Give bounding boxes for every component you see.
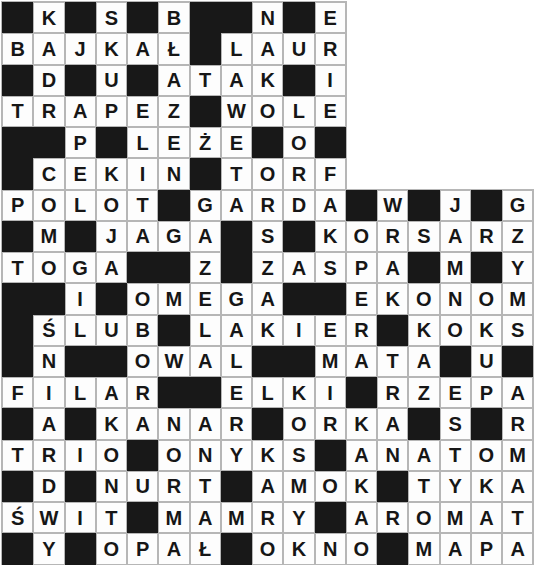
cell-r10c17-letter[interactable]: M xyxy=(502,283,533,314)
cell-r8c2-letter[interactable]: M xyxy=(33,221,64,252)
cell-r10c7-letter[interactable]: E xyxy=(190,283,221,314)
cell-r1c12-void xyxy=(346,2,377,33)
cell-r6c11-letter[interactable]: F xyxy=(315,158,346,189)
cell-r15c15-letter[interactable]: T xyxy=(440,440,471,471)
cell-r6c10-letter[interactable]: R xyxy=(283,158,314,189)
cell-r9c10-letter[interactable]: A xyxy=(283,252,314,283)
cell-r4c3-letter[interactable]: A xyxy=(65,96,96,127)
cell-r12c2-letter[interactable]: N xyxy=(33,346,64,377)
cell-r16c11-letter[interactable]: O xyxy=(315,471,346,502)
cell-r16c17-letter[interactable]: A xyxy=(502,471,533,502)
cell-r14c12-letter[interactable]: K xyxy=(346,408,377,439)
cell-r8c7-letter[interactable]: A xyxy=(190,221,221,252)
cell-r4c6-letter[interactable]: Z xyxy=(158,96,189,127)
cell-r14c11-letter[interactable]: R xyxy=(315,408,346,439)
cell-r11c1-black xyxy=(2,315,33,346)
cell-r14c9-black xyxy=(252,408,283,439)
cell-r4c13-void xyxy=(377,96,408,127)
cell-r10c11-black xyxy=(315,283,346,314)
cell-r15c14-letter[interactable]: A xyxy=(408,440,439,471)
cell-r7c5-letter[interactable]: T xyxy=(127,190,158,221)
cell-r12c13-letter[interactable]: T xyxy=(377,346,408,377)
cell-r16c4-letter[interactable]: N xyxy=(96,471,127,502)
cell-r10c12-letter[interactable]: E xyxy=(346,283,377,314)
cell-r1c10-black xyxy=(283,2,314,33)
cell-r1c16-void xyxy=(471,2,502,33)
cell-r5c2-black xyxy=(33,127,64,158)
cell-r6c7-black xyxy=(190,158,221,189)
cell-r4c15-void xyxy=(440,96,471,127)
cell-r18c14-letter[interactable]: M xyxy=(408,533,439,564)
cell-r11c16-letter[interactable]: K xyxy=(471,315,502,346)
cell-r8c11-letter[interactable]: K xyxy=(315,221,346,252)
cell-r9c2-letter[interactable]: O xyxy=(33,252,64,283)
cell-r2c11-letter[interactable]: R xyxy=(315,33,346,64)
cell-r17c12-letter[interactable]: A xyxy=(346,502,377,533)
cell-r8c9-letter[interactable]: S xyxy=(252,221,283,252)
cell-r17c7-letter[interactable]: A xyxy=(190,502,221,533)
cell-r10c9-letter[interactable]: A xyxy=(252,283,283,314)
cell-r14c10-letter[interactable]: O xyxy=(283,408,314,439)
cell-r11c13-black xyxy=(377,315,408,346)
cell-r14c16-black xyxy=(471,408,502,439)
cell-r11c10-letter[interactable]: I xyxy=(283,315,314,346)
cell-r6c6-letter[interactable]: N xyxy=(158,158,189,189)
cell-r1c9-letter[interactable]: N xyxy=(252,2,283,33)
cell-r16c8-black xyxy=(221,471,252,502)
cell-r8c14-letter[interactable]: S xyxy=(408,221,439,252)
cell-r17c16-letter[interactable]: A xyxy=(471,502,502,533)
cell-r13c5-letter[interactable]: R xyxy=(127,377,158,408)
cell-r11c15-letter[interactable]: O xyxy=(440,315,471,346)
cell-r5c10-letter[interactable]: O xyxy=(283,127,314,158)
cell-r4c12-void xyxy=(346,96,377,127)
cell-r17c3-letter[interactable]: I xyxy=(65,502,96,533)
cell-r18c5-letter[interactable]: P xyxy=(127,533,158,564)
cell-r14c1-black xyxy=(2,408,33,439)
cell-r14c14-black xyxy=(408,408,439,439)
cell-r5c3-letter[interactable]: P xyxy=(65,127,96,158)
crossword-grid: KSBNEBAJKAŁLAURDUATAKITRAPEZWOLEPLEŻEOCE… xyxy=(2,2,533,565)
cell-r10c2-black xyxy=(33,283,64,314)
cell-r8c17-letter[interactable]: Z xyxy=(502,221,533,252)
cell-r12c7-letter[interactable]: A xyxy=(190,346,221,377)
cell-r14c13-letter[interactable]: A xyxy=(377,408,408,439)
cell-r3c6-letter[interactable]: A xyxy=(158,65,189,96)
cell-r18c12-letter[interactable]: O xyxy=(346,533,377,564)
cell-r1c6-letter[interactable]: B xyxy=(158,2,189,33)
cell-r2c15-void xyxy=(440,33,471,64)
cell-r11c3-letter[interactable]: L xyxy=(65,315,96,346)
cell-r2c4-letter[interactable]: K xyxy=(96,33,127,64)
cell-r7c14-black xyxy=(408,190,439,221)
cell-r17c15-letter[interactable]: M xyxy=(440,502,471,533)
cell-r14c3-black xyxy=(65,408,96,439)
cell-r7c13-letter[interactable]: W xyxy=(377,190,408,221)
cell-r4c8-letter[interactable]: W xyxy=(221,96,252,127)
cell-r18c6-letter[interactable]: A xyxy=(158,533,189,564)
cell-r12c5-letter[interactable]: O xyxy=(127,346,158,377)
cell-r16c16-letter[interactable]: K xyxy=(471,471,502,502)
cell-r3c14-void xyxy=(408,65,439,96)
cell-r5c17-void xyxy=(502,127,533,158)
cell-r17c8-letter[interactable]: M xyxy=(221,502,252,533)
crossword-cells: KSBNEBAJKAŁLAURDUATAKITRAPEZWOLEPLEŻEOCE… xyxy=(2,2,533,565)
cell-r5c4-black xyxy=(96,127,127,158)
cell-r1c7-black xyxy=(190,2,221,33)
cell-r11c2-letter[interactable]: Ś xyxy=(33,315,64,346)
cell-r2c8-letter[interactable]: L xyxy=(221,33,252,64)
cell-r14c4-letter[interactable]: K xyxy=(96,408,127,439)
cell-r1c13-void xyxy=(377,2,408,33)
cell-r12c16-letter[interactable]: U xyxy=(471,346,502,377)
cell-r3c7-letter[interactable]: T xyxy=(190,65,221,96)
cell-r3c3-black xyxy=(65,65,96,96)
cell-r10c6-letter[interactable]: M xyxy=(158,283,189,314)
cell-r16c9-letter[interactable]: A xyxy=(252,471,283,502)
cell-r15c6-letter[interactable]: O xyxy=(158,440,189,471)
cell-r10c13-letter[interactable]: K xyxy=(377,283,408,314)
cell-r1c3-black xyxy=(65,2,96,33)
cell-r18c17-letter[interactable]: A xyxy=(502,533,533,564)
cell-r17c14-letter[interactable]: O xyxy=(408,502,439,533)
cell-r3c12-void xyxy=(346,65,377,96)
cell-r11c11-letter[interactable]: E xyxy=(315,315,346,346)
cell-r3c9-letter[interactable]: K xyxy=(252,65,283,96)
cell-r13c11-letter[interactable]: I xyxy=(315,377,346,408)
cell-r18c13-black xyxy=(377,533,408,564)
cell-r2c14-void xyxy=(408,33,439,64)
cell-r3c5-black xyxy=(127,65,158,96)
cell-r15c1-letter[interactable]: T xyxy=(2,440,33,471)
cell-r1c17-void xyxy=(502,2,533,33)
cell-r11c7-letter[interactable]: L xyxy=(190,315,221,346)
cell-r17c4-letter[interactable]: T xyxy=(96,502,127,533)
cell-r17c2-letter[interactable]: W xyxy=(33,502,64,533)
cell-r6c12-void xyxy=(346,158,377,189)
cell-r13c2-letter[interactable]: I xyxy=(33,377,64,408)
cell-r16c10-letter[interactable]: M xyxy=(283,471,314,502)
cell-r7c4-letter[interactable]: O xyxy=(96,190,127,221)
cell-r7c17-letter[interactable]: G xyxy=(502,190,533,221)
cell-r9c3-letter[interactable]: G xyxy=(65,252,96,283)
cell-r2c9-letter[interactable]: A xyxy=(252,33,283,64)
cell-r16c1-black xyxy=(2,471,33,502)
cell-r5c13-void xyxy=(377,127,408,158)
cell-r10c14-letter[interactable]: O xyxy=(408,283,439,314)
cell-r5c8-letter[interactable]: E xyxy=(221,127,252,158)
cell-r16c12-letter[interactable]: K xyxy=(346,471,377,502)
cell-r16c5-letter[interactable]: U xyxy=(127,471,158,502)
cell-r3c2-letter[interactable]: D xyxy=(33,65,64,96)
cell-r5c15-void xyxy=(440,127,471,158)
cell-r3c11-letter[interactable]: I xyxy=(315,65,346,96)
cell-r12c15-black xyxy=(440,346,471,377)
cell-r13c1-letter[interactable]: F xyxy=(2,377,33,408)
cell-r12c12-letter[interactable]: A xyxy=(346,346,377,377)
cell-r2c1-letter[interactable]: B xyxy=(2,33,33,64)
cell-r9c16-black xyxy=(471,252,502,283)
cell-r8c3-black xyxy=(65,221,96,252)
cell-r13c12-black xyxy=(346,377,377,408)
cell-r14c6-letter[interactable]: N xyxy=(158,408,189,439)
cell-r8c10-black xyxy=(283,221,314,252)
cell-r13c6-black xyxy=(158,377,189,408)
cell-r15c12-letter[interactable]: A xyxy=(346,440,377,471)
cell-r16c3-black xyxy=(65,471,96,502)
cell-r8c1-black xyxy=(2,221,33,252)
cell-r7c8-letter[interactable]: A xyxy=(221,190,252,221)
cell-r13c10-letter[interactable]: K xyxy=(283,377,314,408)
cell-r3c16-void xyxy=(471,65,502,96)
cell-r15c5-black xyxy=(127,440,158,471)
cell-r11c8-letter[interactable]: A xyxy=(221,315,252,346)
cell-r11c17-letter[interactable]: S xyxy=(502,315,533,346)
cell-r13c15-letter[interactable]: E xyxy=(440,377,471,408)
cell-r3c1-black xyxy=(2,65,33,96)
cell-r16c2-letter[interactable]: D xyxy=(33,471,64,502)
cell-r18c2-letter[interactable]: Y xyxy=(33,533,64,564)
cell-r7c7-letter[interactable]: G xyxy=(190,190,221,221)
cell-r11c14-letter[interactable]: K xyxy=(408,315,439,346)
cell-r6c1-black xyxy=(2,158,33,189)
cell-r10c3-letter[interactable]: I xyxy=(65,283,96,314)
cell-r10c10-black xyxy=(283,283,314,314)
cell-r15c9-letter[interactable]: K xyxy=(252,440,283,471)
cell-r17c9-letter[interactable]: R xyxy=(252,502,283,533)
cell-r4c9-letter[interactable]: O xyxy=(252,96,283,127)
cell-r6c2-letter[interactable]: C xyxy=(33,158,64,189)
cell-r13c14-letter[interactable]: Z xyxy=(408,377,439,408)
cell-r15c11-black xyxy=(315,440,346,471)
cell-r5c12-void xyxy=(346,127,377,158)
cell-r16c7-letter[interactable]: T xyxy=(190,471,221,502)
cell-r4c1-letter[interactable]: T xyxy=(2,96,33,127)
cell-r6c8-letter[interactable]: T xyxy=(221,158,252,189)
cell-r11c5-letter[interactable]: B xyxy=(127,315,158,346)
cell-r16c15-letter[interactable]: Y xyxy=(440,471,471,502)
cell-r18c1-black xyxy=(2,533,33,564)
cell-r12c9-black xyxy=(252,346,283,377)
cell-r2c13-void xyxy=(377,33,408,64)
cell-r5c6-letter[interactable]: E xyxy=(158,127,189,158)
cell-r8c15-letter[interactable]: A xyxy=(440,221,471,252)
cell-r1c2-letter[interactable]: K xyxy=(33,2,64,33)
cell-r15c8-letter[interactable]: Y xyxy=(221,440,252,471)
cell-r18c10-letter[interactable]: K xyxy=(283,533,314,564)
cell-r11c9-letter[interactable]: K xyxy=(252,315,283,346)
cell-r1c14-void xyxy=(408,2,439,33)
cell-r6c17-void xyxy=(502,158,533,189)
cell-r13c9-letter[interactable]: L xyxy=(252,377,283,408)
cell-r15c13-letter[interactable]: N xyxy=(377,440,408,471)
cell-r6c4-letter[interactable]: K xyxy=(96,158,127,189)
cell-r5c16-void xyxy=(471,127,502,158)
cell-r6c3-letter[interactable]: E xyxy=(65,158,96,189)
cell-r9c9-letter[interactable]: Z xyxy=(252,252,283,283)
cell-r17c11-black xyxy=(315,502,346,533)
cell-r8c13-letter[interactable]: R xyxy=(377,221,408,252)
cell-r17c10-letter[interactable]: Y xyxy=(283,502,314,533)
cell-r14c7-letter[interactable]: A xyxy=(190,408,221,439)
cell-r9c17-letter[interactable]: Y xyxy=(502,252,533,283)
cell-r12c6-letter[interactable]: W xyxy=(158,346,189,377)
cell-r6c5-letter[interactable]: I xyxy=(127,158,158,189)
cell-r12c17-black xyxy=(502,346,533,377)
cell-r11c4-letter[interactable]: U xyxy=(96,315,127,346)
cell-r15c7-letter[interactable]: N xyxy=(190,440,221,471)
cell-r4c17-void xyxy=(502,96,533,127)
cell-r2c6-letter[interactable]: Ł xyxy=(158,33,189,64)
cell-r12c8-letter[interactable]: L xyxy=(221,346,252,377)
cell-r6c13-void xyxy=(377,158,408,189)
cell-r7c15-letter[interactable]: J xyxy=(440,190,471,221)
cell-r5c7-letter[interactable]: Ż xyxy=(190,127,221,158)
cell-r9c5-black xyxy=(127,252,158,283)
cell-r10c4-black xyxy=(96,283,127,314)
cell-r3c13-void xyxy=(377,65,408,96)
cell-r10c8-letter[interactable]: G xyxy=(221,283,252,314)
cell-r3c17-void xyxy=(502,65,533,96)
cell-r2c10-letter[interactable]: U xyxy=(283,33,314,64)
cell-r7c9-letter[interactable]: R xyxy=(252,190,283,221)
cell-r12c10-black xyxy=(283,346,314,377)
cell-r13c3-letter[interactable]: L xyxy=(65,377,96,408)
cell-r9c1-letter[interactable]: T xyxy=(2,252,33,283)
cell-r5c9-black xyxy=(252,127,283,158)
cell-r6c16-void xyxy=(471,158,502,189)
cell-r9c4-letter[interactable]: A xyxy=(96,252,127,283)
cell-r17c13-letter[interactable]: R xyxy=(377,502,408,533)
cell-r16c6-letter[interactable]: R xyxy=(158,471,189,502)
cell-r14c8-letter[interactable]: R xyxy=(221,408,252,439)
cell-r13c16-letter[interactable]: P xyxy=(471,377,502,408)
cell-r4c11-letter[interactable]: E xyxy=(315,96,346,127)
cell-r7c3-letter[interactable]: L xyxy=(65,190,96,221)
cell-r7c2-letter[interactable]: O xyxy=(33,190,64,221)
cell-r1c15-void xyxy=(440,2,471,33)
cell-r17c5-black xyxy=(127,502,158,533)
cell-r3c8-letter[interactable]: A xyxy=(221,65,252,96)
cell-r9c11-letter[interactable]: S xyxy=(315,252,346,283)
cell-r13c4-letter[interactable]: A xyxy=(96,377,127,408)
cell-r5c14-void xyxy=(408,127,439,158)
cell-r8c5-letter[interactable]: A xyxy=(127,221,158,252)
cell-r7c1-letter[interactable]: P xyxy=(2,190,33,221)
cell-r4c14-void xyxy=(408,96,439,127)
cell-r12c1-black xyxy=(2,346,33,377)
cell-r8c8-black xyxy=(221,221,252,252)
cell-r13c8-letter[interactable]: E xyxy=(221,377,252,408)
cell-r18c16-letter[interactable]: P xyxy=(471,533,502,564)
cell-r2c3-letter[interactable]: J xyxy=(65,33,96,64)
cell-r17c1-letter[interactable]: Ś xyxy=(2,502,33,533)
cell-r9c13-letter[interactable]: A xyxy=(377,252,408,283)
cell-r18c8-black xyxy=(221,533,252,564)
cell-r2c5-letter[interactable]: A xyxy=(127,33,158,64)
cell-r1c4-letter[interactable]: S xyxy=(96,2,127,33)
cell-r8c6-letter[interactable]: G xyxy=(158,221,189,252)
cell-r4c4-letter[interactable]: P xyxy=(96,96,127,127)
cell-r9c7-letter[interactable]: Z xyxy=(190,252,221,283)
cell-r3c10-black xyxy=(283,65,314,96)
cell-r4c16-void xyxy=(471,96,502,127)
cell-r4c5-letter[interactable]: E xyxy=(127,96,158,127)
cell-r7c6-black xyxy=(158,190,189,221)
cell-r18c11-letter[interactable]: N xyxy=(315,533,346,564)
cell-r5c5-letter[interactable]: L xyxy=(127,127,158,158)
cell-r16c13-black xyxy=(377,471,408,502)
cell-r12c4-black xyxy=(96,346,127,377)
cell-r7c10-letter[interactable]: D xyxy=(283,190,314,221)
cell-r6c14-void xyxy=(408,158,439,189)
cell-r18c7-letter[interactable]: Ł xyxy=(190,533,221,564)
cell-r10c5-letter[interactable]: O xyxy=(127,283,158,314)
cell-r9c14-black xyxy=(408,252,439,283)
cell-r16c14-letter[interactable]: T xyxy=(408,471,439,502)
cell-r1c1-black xyxy=(2,2,33,33)
cell-r9c6-black xyxy=(158,252,189,283)
cell-r7c12-black xyxy=(346,190,377,221)
cell-r5c11-black xyxy=(315,127,346,158)
cell-r18c4-letter[interactable]: O xyxy=(96,533,127,564)
cell-r15c2-letter[interactable]: R xyxy=(33,440,64,471)
cell-r11c12-letter[interactable]: R xyxy=(346,315,377,346)
cell-r17c17-letter[interactable]: T xyxy=(502,502,533,533)
cell-r14c17-letter[interactable]: R xyxy=(502,408,533,439)
cell-r7c16-black xyxy=(471,190,502,221)
cell-r18c3-black xyxy=(65,533,96,564)
cell-r1c11-letter[interactable]: E xyxy=(315,2,346,33)
cell-r4c7-black xyxy=(190,96,221,127)
cell-r9c12-letter[interactable]: P xyxy=(346,252,377,283)
cell-r13c17-letter[interactable]: A xyxy=(502,377,533,408)
cell-r9c15-letter[interactable]: M xyxy=(440,252,471,283)
cell-r2c16-void xyxy=(471,33,502,64)
cell-r8c4-letter[interactable]: J xyxy=(96,221,127,252)
cell-r15c3-letter[interactable]: I xyxy=(65,440,96,471)
cell-r6c15-void xyxy=(440,158,471,189)
cell-r2c17-void xyxy=(502,33,533,64)
cell-r3c4-letter[interactable]: U xyxy=(96,65,127,96)
cell-r10c16-letter[interactable]: O xyxy=(471,283,502,314)
cell-r12c3-black xyxy=(65,346,96,377)
cell-r12c14-letter[interactable]: A xyxy=(408,346,439,377)
cell-r1c5-black xyxy=(127,2,158,33)
cell-r2c2-letter[interactable]: A xyxy=(33,33,64,64)
cell-r6c9-letter[interactable]: O xyxy=(252,158,283,189)
cell-r15c10-letter[interactable]: S xyxy=(283,440,314,471)
cell-r15c17-letter[interactable]: M xyxy=(502,440,533,471)
cell-r8c16-letter[interactable]: R xyxy=(471,221,502,252)
cell-r15c4-letter[interactable]: O xyxy=(96,440,127,471)
cell-r14c15-letter[interactable]: S xyxy=(440,408,471,439)
cell-r14c2-letter[interactable]: A xyxy=(33,408,64,439)
cell-r18c9-letter[interactable]: O xyxy=(252,533,283,564)
cell-r13c13-letter[interactable]: R xyxy=(377,377,408,408)
cell-r17c6-letter[interactable]: M xyxy=(158,502,189,533)
cell-r8c12-letter[interactable]: O xyxy=(346,221,377,252)
cell-r15c16-letter[interactable]: O xyxy=(471,440,502,471)
cell-r4c2-letter[interactable]: R xyxy=(33,96,64,127)
cell-r10c1-black xyxy=(2,283,33,314)
cell-r18c15-letter[interactable]: A xyxy=(440,533,471,564)
cell-r12c11-letter[interactable]: M xyxy=(315,346,346,377)
cell-r7c11-letter[interactable]: A xyxy=(315,190,346,221)
cell-r10c15-letter[interactable]: N xyxy=(440,283,471,314)
cell-r4c10-letter[interactable]: L xyxy=(283,96,314,127)
cell-r14c5-letter[interactable]: A xyxy=(127,408,158,439)
